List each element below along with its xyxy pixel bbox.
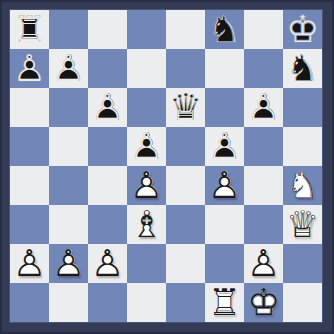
square-f8[interactable]: ♞♘: [205, 10, 244, 49]
square-c2[interactable]: ♟♙: [88, 244, 127, 283]
square-f6[interactable]: [205, 88, 244, 127]
black-knight-h7[interactable]: ♞♘: [283, 49, 322, 88]
square-b2[interactable]: ♟♙: [49, 244, 88, 283]
square-b8[interactable]: [49, 10, 88, 49]
black-queen-e6[interactable]: ♛♕: [166, 88, 205, 127]
square-b3[interactable]: [49, 205, 88, 244]
square-b4[interactable]: [49, 166, 88, 205]
white-queen-h3[interactable]: ♛♕: [283, 205, 322, 244]
white-pawn-b2[interactable]: ♟♙: [49, 244, 88, 283]
square-a1[interactable]: [10, 283, 49, 322]
square-h7[interactable]: ♞♘: [283, 49, 322, 88]
square-b1[interactable]: [49, 283, 88, 322]
chess-board: ♜♖♞♘♚♔♟♙♟♙♞♘♟♙♛♕♟♙♟♙♟♙♟♙♟♙♞♘♝♗♛♕♟♙♟♙♟♙♟♙…: [10, 10, 322, 322]
square-a3[interactable]: [10, 205, 49, 244]
square-c6[interactable]: ♟♙: [88, 88, 127, 127]
square-h8[interactable]: ♚♔: [283, 10, 322, 49]
white-bishop-d3[interactable]: ♝♗: [127, 205, 166, 244]
square-f1[interactable]: ♜♖: [205, 283, 244, 322]
square-g1[interactable]: ♚♔: [244, 283, 283, 322]
chess-board-frame: ♜♖♞♘♚♔♟♙♟♙♞♘♟♙♛♕♟♙♟♙♟♙♟♙♟♙♞♘♝♗♛♕♟♙♟♙♟♙♟♙…: [0, 0, 334, 334]
black-pawn-f5[interactable]: ♟♙: [205, 127, 244, 166]
square-d4[interactable]: ♟♙: [127, 166, 166, 205]
square-c3[interactable]: [88, 205, 127, 244]
square-h2[interactable]: [283, 244, 322, 283]
black-knight-f8[interactable]: ♞♘: [205, 10, 244, 49]
square-h6[interactable]: [283, 88, 322, 127]
black-pawn-c6[interactable]: ♟♙: [88, 88, 127, 127]
white-pawn-f4[interactable]: ♟♙: [205, 166, 244, 205]
square-g3[interactable]: [244, 205, 283, 244]
square-c5[interactable]: [88, 127, 127, 166]
square-e3[interactable]: [166, 205, 205, 244]
square-c7[interactable]: [88, 49, 127, 88]
white-rook-f1[interactable]: ♜♖: [205, 283, 244, 322]
square-d6[interactable]: [127, 88, 166, 127]
square-g7[interactable]: [244, 49, 283, 88]
square-d7[interactable]: [127, 49, 166, 88]
square-a6[interactable]: [10, 88, 49, 127]
white-knight-h4[interactable]: ♞♘: [283, 166, 322, 205]
white-pawn-c2[interactable]: ♟♙: [88, 244, 127, 283]
square-g5[interactable]: [244, 127, 283, 166]
square-h4[interactable]: ♞♘: [283, 166, 322, 205]
square-g4[interactable]: [244, 166, 283, 205]
black-pawn-b7[interactable]: ♟♙: [49, 49, 88, 88]
square-f5[interactable]: ♟♙: [205, 127, 244, 166]
square-a7[interactable]: ♟♙: [10, 49, 49, 88]
square-d5[interactable]: ♟♙: [127, 127, 166, 166]
black-king-h8[interactable]: ♚♔: [283, 10, 322, 49]
black-pawn-a7[interactable]: ♟♙: [10, 49, 49, 88]
square-h1[interactable]: [283, 283, 322, 322]
square-f4[interactable]: ♟♙: [205, 166, 244, 205]
square-d2[interactable]: [127, 244, 166, 283]
square-h3[interactable]: ♛♕: [283, 205, 322, 244]
square-d1[interactable]: [127, 283, 166, 322]
square-e1[interactable]: [166, 283, 205, 322]
square-b7[interactable]: ♟♙: [49, 49, 88, 88]
square-h5[interactable]: [283, 127, 322, 166]
square-e2[interactable]: [166, 244, 205, 283]
square-c8[interactable]: [88, 10, 127, 49]
black-pawn-g6[interactable]: ♟♙: [244, 88, 283, 127]
square-e7[interactable]: [166, 49, 205, 88]
square-g6[interactable]: ♟♙: [244, 88, 283, 127]
square-e6[interactable]: ♛♕: [166, 88, 205, 127]
square-d8[interactable]: [127, 10, 166, 49]
square-b6[interactable]: [49, 88, 88, 127]
square-c4[interactable]: [88, 166, 127, 205]
square-e5[interactable]: [166, 127, 205, 166]
square-a5[interactable]: [10, 127, 49, 166]
square-f7[interactable]: [205, 49, 244, 88]
square-g2[interactable]: ♟♙: [244, 244, 283, 283]
white-pawn-a2[interactable]: ♟♙: [10, 244, 49, 283]
square-a8[interactable]: ♜♖: [10, 10, 49, 49]
white-king-g1[interactable]: ♚♔: [244, 283, 283, 322]
black-pawn-d5[interactable]: ♟♙: [127, 127, 166, 166]
black-rook-a8[interactable]: ♜♖: [10, 10, 49, 49]
square-b5[interactable]: [49, 127, 88, 166]
square-d3[interactable]: ♝♗: [127, 205, 166, 244]
square-f3[interactable]: [205, 205, 244, 244]
white-pawn-g2[interactable]: ♟♙: [244, 244, 283, 283]
white-pawn-d4[interactable]: ♟♙: [127, 166, 166, 205]
square-e4[interactable]: [166, 166, 205, 205]
square-e8[interactable]: [166, 10, 205, 49]
square-a2[interactable]: ♟♙: [10, 244, 49, 283]
square-g8[interactable]: [244, 10, 283, 49]
square-a4[interactable]: [10, 166, 49, 205]
square-c1[interactable]: [88, 283, 127, 322]
square-f2[interactable]: [205, 244, 244, 283]
